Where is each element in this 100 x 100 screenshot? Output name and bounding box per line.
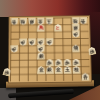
piece-kanji: 香 [83, 75, 88, 80]
shogi-piece-7a[interactable]: 銀 [28, 17, 36, 24]
piece-kanji: 飛 [73, 46, 78, 50]
piece-kanji: 香 [82, 18, 87, 22]
shogi-piece-6a[interactable]: 金 [37, 17, 45, 24]
shogi-board: 香桂銀金玉桂香馬と銀歩歩歩歩歩歩歩飛銀歩歩歩歩金銀金玉桂香 [8, 15, 92, 83]
shogi-piece-2g[interactable]: 歩 [72, 59, 80, 67]
piece-layer: 香桂銀金玉桂香馬と銀歩歩歩歩歩歩歩飛銀歩歩歩歩金銀金玉桂香 [10, 17, 90, 81]
piece-kanji: 銀 [30, 19, 34, 23]
piece-kanji: 歩 [65, 60, 70, 65]
shogi-piece-1a[interactable]: 香 [80, 17, 88, 24]
shogi-piece-2b[interactable]: 銀 [71, 24, 79, 31]
shogi-piece-2h[interactable]: 桂 [72, 66, 80, 74]
shogi-piece-6f[interactable]: 銀 [37, 52, 45, 60]
shogi-piece-3h[interactable]: 玉 [63, 66, 71, 74]
shogi-piece-2a[interactable]: 桂 [71, 17, 79, 24]
piece-kanji: 銀 [39, 54, 44, 58]
shogi-piece-5d[interactable]: 歩 [45, 38, 53, 46]
piece-kanji: 歩 [74, 60, 79, 65]
piece-kanji: 玉 [47, 19, 52, 23]
piece-kanji: 歩 [39, 47, 44, 51]
piece-kanji: 玉 [65, 68, 70, 73]
shogi-piece-6e[interactable]: 歩 [37, 45, 45, 53]
shogi-piece-8d[interactable]: 歩 [19, 38, 27, 46]
piece-kanji: 金 [38, 19, 42, 23]
piece-kanji: と [56, 25, 61, 29]
piece-kanji: 香 [13, 19, 17, 23]
piece-kanji: 歩 [12, 47, 17, 51]
shogi-piece-8a[interactable]: 桂 [19, 17, 27, 24]
shogi-piece-5a[interactable]: 玉 [45, 17, 53, 24]
piece-kanji: 歩 [56, 60, 61, 65]
piece-kanji: 歩 [39, 40, 44, 44]
shogi-piece-3g[interactable]: 歩 [63, 59, 71, 67]
shogi-piece-2e[interactable]: 飛 [72, 45, 80, 53]
shogi-piece-9a[interactable]: 香 [11, 18, 19, 25]
shogi-piece-1i[interactable]: 香 [81, 73, 89, 81]
shogi-piece-7d[interactable]: 歩 [28, 38, 36, 46]
shogi-photo-scene: 香桂銀金玉桂香馬と銀歩歩歩歩歩歩歩飛銀歩歩歩歩金銀金玉桂香 歩歩 [0, 0, 100, 100]
piece-kanji: 歩 [73, 32, 78, 36]
shogi-piece-6d[interactable]: 歩 [37, 38, 45, 46]
shogi-piece-4b[interactable]: と [54, 24, 62, 31]
shogi-piece-6b[interactable]: 馬 [37, 24, 45, 31]
piece-kanji: 銀 [48, 68, 53, 73]
piece-kanji: 歩 [30, 40, 35, 44]
piece-kanji: 銀 [73, 25, 78, 29]
shogi-piece-9e[interactable]: 歩 [11, 45, 19, 53]
piece-kanji: 桂 [21, 19, 25, 23]
piece-kanji: 歩 [21, 40, 26, 44]
shogi-piece-5h[interactable]: 銀 [46, 66, 54, 74]
shogi-piece-6h[interactable]: 金 [37, 66, 45, 74]
piece-kanji: 馬 [38, 26, 43, 30]
shogi-piece-2c[interactable]: 歩 [71, 31, 79, 38]
piece-kanji: 金 [39, 68, 44, 73]
shogi-piece-5g[interactable]: 歩 [46, 59, 54, 67]
piece-kanji: 金 [56, 68, 61, 73]
shogi-piece-4h[interactable]: 金 [55, 66, 63, 74]
shogi-piece-4g[interactable]: 歩 [54, 59, 62, 67]
piece-kanji: 桂 [73, 18, 78, 22]
piece-kanji: 桂 [74, 67, 79, 72]
piece-kanji: 歩 [47, 61, 52, 66]
piece-kanji: 歩 [47, 39, 52, 43]
